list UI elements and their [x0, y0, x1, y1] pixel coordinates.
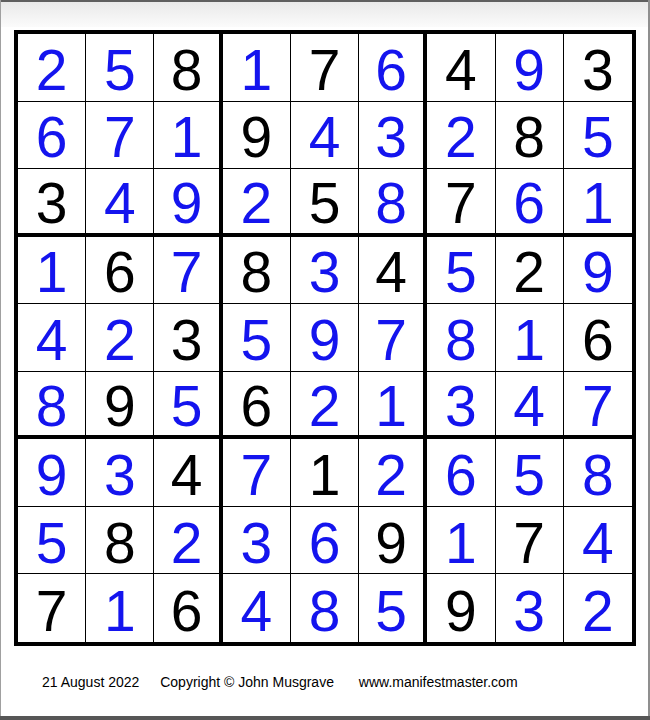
cell-r9c2: 1	[86, 574, 154, 642]
cell-r3c3: 9	[154, 169, 222, 237]
cell-r5c5: 9	[291, 304, 359, 372]
cell-r8c1: 5	[18, 507, 86, 575]
cell-r8c6: 9	[359, 507, 427, 575]
header-strip	[1, 2, 649, 27]
cell-r4c6: 4	[359, 237, 427, 305]
page-left-border	[0, 0, 1, 720]
cell-r2c1: 6	[18, 102, 86, 170]
footer-copyright: Copyright © John Musgrave	[160, 674, 334, 690]
cell-r1c4: 1	[223, 34, 291, 102]
cell-r8c9: 4	[564, 507, 632, 575]
cell-r5c6: 7	[359, 304, 427, 372]
cell-r1c8: 9	[496, 34, 564, 102]
cell-r2c7: 2	[427, 102, 495, 170]
cell-r9c8: 3	[496, 574, 564, 642]
cell-r9c5: 8	[291, 574, 359, 642]
cell-r7c8: 5	[496, 439, 564, 507]
cell-r4c8: 2	[496, 237, 564, 305]
cell-r4c1: 1	[18, 237, 86, 305]
cell-r6c4: 6	[223, 372, 291, 440]
cell-r9c7: 9	[427, 574, 495, 642]
cell-r6c2: 9	[86, 372, 154, 440]
cell-r7c9: 8	[564, 439, 632, 507]
footer-date: 21 August 2022	[42, 674, 139, 690]
cell-r3c5: 5	[291, 169, 359, 237]
cell-r6c8: 4	[496, 372, 564, 440]
cell-r9c9: 2	[564, 574, 632, 642]
footer: 21 August 2022 Copyright © John Musgrave…	[42, 674, 518, 690]
cell-r1c9: 3	[564, 34, 632, 102]
cell-r4c4: 8	[223, 237, 291, 305]
cell-r7c6: 2	[359, 439, 427, 507]
cell-r3c4: 2	[223, 169, 291, 237]
cell-r8c3: 2	[154, 507, 222, 575]
cell-r5c7: 8	[427, 304, 495, 372]
page: 2581764936719432853492587611678345294235…	[0, 0, 650, 720]
cell-r1c1: 2	[18, 34, 86, 102]
cell-r6c5: 2	[291, 372, 359, 440]
cell-r4c5: 3	[291, 237, 359, 305]
cell-r8c5: 6	[291, 507, 359, 575]
cell-r4c7: 5	[427, 237, 495, 305]
cell-r5c9: 6	[564, 304, 632, 372]
cell-r5c1: 4	[18, 304, 86, 372]
cell-r4c3: 7	[154, 237, 222, 305]
cell-r2c8: 8	[496, 102, 564, 170]
cell-r3c7: 7	[427, 169, 495, 237]
cell-r4c2: 6	[86, 237, 154, 305]
cell-r8c4: 3	[223, 507, 291, 575]
cell-r7c4: 7	[223, 439, 291, 507]
cell-r3c9: 1	[564, 169, 632, 237]
cell-r1c2: 5	[86, 34, 154, 102]
cell-r5c3: 3	[154, 304, 222, 372]
cell-r9c1: 7	[18, 574, 86, 642]
page-bottom-border	[0, 716, 650, 720]
cell-r2c9: 5	[564, 102, 632, 170]
cell-r9c6: 5	[359, 574, 427, 642]
cell-r7c1: 9	[18, 439, 86, 507]
cell-r7c3: 4	[154, 439, 222, 507]
cell-r9c4: 4	[223, 574, 291, 642]
cell-r4c9: 9	[564, 237, 632, 305]
cell-r2c6: 3	[359, 102, 427, 170]
cell-r3c8: 6	[496, 169, 564, 237]
cell-r5c4: 5	[223, 304, 291, 372]
cell-r3c6: 8	[359, 169, 427, 237]
cell-r1c3: 8	[154, 34, 222, 102]
cell-r5c8: 1	[496, 304, 564, 372]
cell-r7c7: 6	[427, 439, 495, 507]
cell-r6c3: 5	[154, 372, 222, 440]
cell-r1c6: 6	[359, 34, 427, 102]
cell-r5c2: 2	[86, 304, 154, 372]
cell-r3c1: 3	[18, 169, 86, 237]
cell-r7c5: 1	[291, 439, 359, 507]
cell-r1c5: 7	[291, 34, 359, 102]
cell-r9c3: 6	[154, 574, 222, 642]
cell-r1c7: 4	[427, 34, 495, 102]
cell-r7c2: 3	[86, 439, 154, 507]
cell-r8c8: 7	[496, 507, 564, 575]
cell-r8c2: 8	[86, 507, 154, 575]
cell-r3c2: 4	[86, 169, 154, 237]
footer-website: www.manifestmaster.com	[359, 674, 518, 690]
cell-r2c5: 4	[291, 102, 359, 170]
cell-r6c1: 8	[18, 372, 86, 440]
cell-r6c7: 3	[427, 372, 495, 440]
sudoku-board: 2581764936719432853492587611678345294235…	[14, 30, 636, 646]
cell-r6c9: 7	[564, 372, 632, 440]
cell-r8c7: 1	[427, 507, 495, 575]
cell-r2c3: 1	[154, 102, 222, 170]
cell-r2c4: 9	[223, 102, 291, 170]
cell-r2c2: 7	[86, 102, 154, 170]
cell-r6c6: 1	[359, 372, 427, 440]
